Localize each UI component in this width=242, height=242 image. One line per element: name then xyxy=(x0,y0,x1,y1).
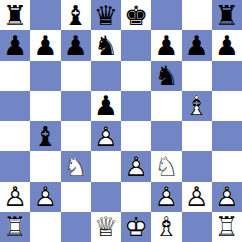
square-a1[interactable]: ♜♖ xyxy=(0,212,30,242)
square-d3[interactable] xyxy=(91,151,121,181)
square-c2[interactable] xyxy=(61,182,91,212)
black-rook[interactable]: ♜ xyxy=(212,0,242,30)
black-pawn[interactable]: ♟ xyxy=(61,30,91,60)
square-b3[interactable] xyxy=(30,151,60,181)
square-c8[interactable]: ♝ xyxy=(61,0,91,30)
square-d7[interactable]: ♞ xyxy=(91,30,121,60)
square-a8[interactable]: ♜ xyxy=(0,0,30,30)
square-b7[interactable]: ♟ xyxy=(30,30,60,60)
white-pawn[interactable]: ♟♙ xyxy=(121,151,151,181)
square-f6[interactable]: ♞ xyxy=(151,61,181,91)
square-e8[interactable]: ♚ xyxy=(121,0,151,30)
square-e4[interactable] xyxy=(121,121,151,151)
piece-outline-layer: ♔ xyxy=(121,212,151,242)
square-h2[interactable]: ♟♙ xyxy=(212,182,242,212)
piece-outline-layer: ♙ xyxy=(0,182,30,212)
square-c5[interactable] xyxy=(61,91,91,121)
square-a7[interactable]: ♟ xyxy=(0,30,30,60)
square-f5[interactable] xyxy=(151,91,181,121)
white-king[interactable]: ♚♔ xyxy=(121,212,151,242)
white-knight[interactable]: ♞♘ xyxy=(61,151,91,181)
black-rook[interactable]: ♜ xyxy=(0,0,30,30)
square-d6[interactable] xyxy=(91,61,121,91)
square-g4[interactable] xyxy=(182,121,212,151)
square-b1[interactable] xyxy=(30,212,60,242)
square-h3[interactable] xyxy=(212,151,242,181)
white-pawn[interactable]: ♟♙ xyxy=(212,182,242,212)
piece-fill-layer: ♟ xyxy=(212,30,242,60)
square-h6[interactable] xyxy=(212,61,242,91)
piece-outline-layer: ♙ xyxy=(91,121,121,151)
piece-fill-layer: ♛ xyxy=(91,0,121,30)
black-queen[interactable]: ♛ xyxy=(91,0,121,30)
black-pawn[interactable]: ♟ xyxy=(212,30,242,60)
square-b6[interactable] xyxy=(30,61,60,91)
square-g5[interactable]: ♝♗ xyxy=(182,91,212,121)
square-b4[interactable]: ♝ xyxy=(30,121,60,151)
black-pawn[interactable]: ♟ xyxy=(182,30,212,60)
black-knight[interactable]: ♞ xyxy=(91,30,121,60)
piece-outline-layer: ♖ xyxy=(0,212,30,242)
square-e2[interactable] xyxy=(121,182,151,212)
piece-outline-layer: ♙ xyxy=(121,151,151,181)
square-e7[interactable] xyxy=(121,30,151,60)
square-f8[interactable] xyxy=(151,0,181,30)
square-c1[interactable] xyxy=(61,212,91,242)
square-c3[interactable]: ♞♘ xyxy=(61,151,91,181)
square-f1[interactable]: ♝♗ xyxy=(151,212,181,242)
piece-fill-layer: ♟ xyxy=(0,30,30,60)
chess-diagram: ♜♝♛♚♜♟♟♟♞♟♟♟♞♟♝♗♝♟♙♞♘♟♙♞♘♟♙♟♙♟♙♟♙♟♙♜♖♛♕♚… xyxy=(0,0,242,242)
square-b2[interactable]: ♟♙ xyxy=(30,182,60,212)
square-b5[interactable] xyxy=(30,91,60,121)
square-f2[interactable]: ♟♙ xyxy=(151,182,181,212)
square-h1[interactable]: ♜♖ xyxy=(212,212,242,242)
piece-fill-layer: ♜ xyxy=(212,0,242,30)
square-e1[interactable]: ♚♔ xyxy=(121,212,151,242)
white-pawn[interactable]: ♟♙ xyxy=(30,182,60,212)
black-knight[interactable]: ♞ xyxy=(151,61,181,91)
square-a6[interactable] xyxy=(0,61,30,91)
black-pawn[interactable]: ♟ xyxy=(0,30,30,60)
square-d2[interactable] xyxy=(91,182,121,212)
square-b8[interactable] xyxy=(30,0,60,30)
square-e5[interactable] xyxy=(121,91,151,121)
piece-fill-layer: ♟ xyxy=(61,30,91,60)
piece-fill-layer: ♞ xyxy=(151,61,181,91)
black-king[interactable]: ♚ xyxy=(121,0,151,30)
square-g8[interactable] xyxy=(182,0,212,30)
piece-fill-layer: ♚ xyxy=(121,0,151,30)
black-pawn[interactable]: ♟ xyxy=(30,30,60,60)
piece-outline-layer: ♕ xyxy=(91,212,121,242)
piece-fill-layer: ♟ xyxy=(91,91,121,121)
square-c6[interactable] xyxy=(61,61,91,91)
white-queen[interactable]: ♛♕ xyxy=(91,212,121,242)
white-pawn[interactable]: ♟♙ xyxy=(151,182,181,212)
white-pawn[interactable]: ♟♙ xyxy=(0,182,30,212)
square-d4[interactable]: ♟♙ xyxy=(91,121,121,151)
piece-fill-layer: ♟ xyxy=(151,30,181,60)
piece-outline-layer: ♘ xyxy=(61,151,91,181)
square-a3[interactable] xyxy=(0,151,30,181)
piece-outline-layer: ♘ xyxy=(151,151,181,181)
square-f4[interactable] xyxy=(151,121,181,151)
square-c4[interactable] xyxy=(61,121,91,151)
piece-fill-layer: ♝ xyxy=(30,121,60,151)
piece-outline-layer: ♙ xyxy=(182,182,212,212)
square-g6[interactable] xyxy=(182,61,212,91)
square-g2[interactable]: ♟♙ xyxy=(182,182,212,212)
square-d1[interactable]: ♛♕ xyxy=(91,212,121,242)
square-d8[interactable]: ♛ xyxy=(91,0,121,30)
white-rook[interactable]: ♜♖ xyxy=(212,212,242,242)
square-h8[interactable]: ♜ xyxy=(212,0,242,30)
white-bishop[interactable]: ♝♗ xyxy=(151,212,181,242)
square-a4[interactable] xyxy=(0,121,30,151)
black-bishop[interactable]: ♝ xyxy=(61,0,91,30)
square-g1[interactable] xyxy=(182,212,212,242)
square-f7[interactable]: ♟ xyxy=(151,30,181,60)
square-a5[interactable] xyxy=(0,91,30,121)
square-a2[interactable]: ♟♙ xyxy=(0,182,30,212)
square-h4[interactable] xyxy=(212,121,242,151)
black-pawn[interactable]: ♟ xyxy=(91,91,121,121)
black-bishop[interactable]: ♝ xyxy=(30,121,60,151)
piece-outline-layer: ♗ xyxy=(151,212,181,242)
white-pawn[interactable]: ♟♙ xyxy=(91,121,121,151)
square-d5[interactable]: ♟ xyxy=(91,91,121,121)
square-h5[interactable] xyxy=(212,91,242,121)
piece-fill-layer: ♝ xyxy=(61,0,91,30)
piece-outline-layer: ♙ xyxy=(30,182,60,212)
square-g3[interactable] xyxy=(182,151,212,181)
square-f3[interactable]: ♞♘ xyxy=(151,151,181,181)
square-c7[interactable]: ♟ xyxy=(61,30,91,60)
black-pawn[interactable]: ♟ xyxy=(151,30,181,60)
piece-outline-layer: ♗ xyxy=(182,91,212,121)
chess-board: ♜♝♛♚♜♟♟♟♞♟♟♟♞♟♝♗♝♟♙♞♘♟♙♞♘♟♙♟♙♟♙♟♙♟♙♜♖♛♕♚… xyxy=(0,0,242,242)
square-e6[interactable] xyxy=(121,61,151,91)
white-pawn[interactable]: ♟♙ xyxy=(182,182,212,212)
piece-fill-layer: ♞ xyxy=(91,30,121,60)
piece-outline-layer: ♙ xyxy=(151,182,181,212)
white-bishop[interactable]: ♝♗ xyxy=(182,91,212,121)
white-knight[interactable]: ♞♘ xyxy=(151,151,181,181)
white-rook[interactable]: ♜♖ xyxy=(0,212,30,242)
square-e3[interactable]: ♟♙ xyxy=(121,151,151,181)
square-h7[interactable]: ♟ xyxy=(212,30,242,60)
piece-fill-layer: ♟ xyxy=(30,30,60,60)
piece-fill-layer: ♟ xyxy=(182,30,212,60)
piece-outline-layer: ♙ xyxy=(212,182,242,212)
piece-fill-layer: ♜ xyxy=(0,0,30,30)
square-g7[interactable]: ♟ xyxy=(182,30,212,60)
piece-outline-layer: ♖ xyxy=(212,212,242,242)
